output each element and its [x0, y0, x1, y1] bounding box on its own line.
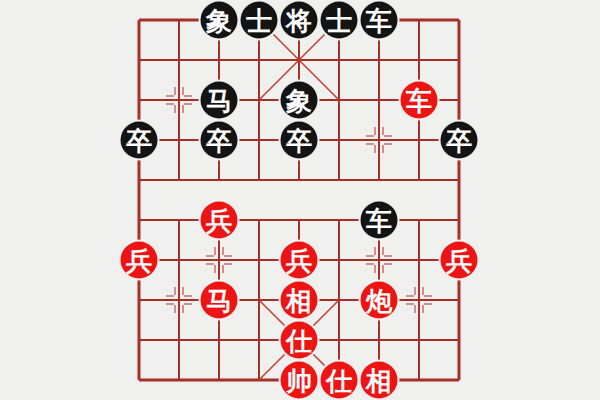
intersection-i7[interactable]: 卒: [439, 120, 479, 160]
intersection-a5[interactable]: [119, 200, 159, 240]
piece-label: 帅: [286, 367, 312, 393]
intersection-b4[interactable]: [159, 240, 199, 280]
intersection-i9[interactable]: [439, 40, 479, 80]
piece-red-advisor-f1[interactable]: 仕: [321, 362, 358, 399]
piece-black-chariot-g10[interactable]: 车: [361, 2, 398, 39]
piece-label: 车: [366, 7, 392, 33]
intersection-h6[interactable]: [399, 160, 439, 200]
piece-label: 车: [406, 87, 432, 113]
piece-label: 象: [286, 87, 312, 113]
intersection-i3[interactable]: [439, 280, 479, 320]
piece-black-elephant-e8[interactable]: 象: [281, 82, 318, 119]
piece-black-pawn-e7[interactable]: 卒: [281, 122, 318, 159]
intersection-c5[interactable]: 兵: [199, 200, 239, 240]
piece-label: 仕: [286, 327, 312, 353]
piece-red-pawn-i4[interactable]: 兵: [441, 242, 478, 279]
intersection-g4[interactable]: [359, 240, 399, 280]
intersection-b9[interactable]: [159, 40, 199, 80]
intersection-d6[interactable]: [239, 160, 279, 200]
intersection-b8[interactable]: [159, 80, 199, 120]
intersection-e7[interactable]: 卒: [279, 120, 319, 160]
intersection-d5[interactable]: [239, 200, 279, 240]
intersection-b1[interactable]: [159, 360, 199, 400]
intersection-h1[interactable]: [399, 360, 439, 400]
piece-red-advisor-e2[interactable]: 仕: [281, 322, 318, 359]
intersection-d7[interactable]: [239, 120, 279, 160]
intersection-f4[interactable]: [319, 240, 359, 280]
piece-black-horse-c8[interactable]: 马: [201, 82, 238, 119]
piece-label: 兵: [206, 207, 232, 233]
intersection-e9[interactable]: [279, 40, 319, 80]
intersection-g7[interactable]: [359, 120, 399, 160]
intersection-b5[interactable]: [159, 200, 199, 240]
piece-label: 将: [286, 7, 312, 33]
intersection-i10[interactable]: [439, 0, 479, 40]
intersection-f1[interactable]: 仕: [319, 360, 359, 400]
piece-red-general-e1[interactable]: 帅: [281, 362, 318, 399]
intersection-g9[interactable]: [359, 40, 399, 80]
intersection-a4[interactable]: 兵: [119, 240, 159, 280]
piece-red-pawn-c5[interactable]: 兵: [201, 202, 238, 239]
intersection-g8[interactable]: [359, 80, 399, 120]
piece-black-elephant-c10[interactable]: 象: [201, 2, 238, 39]
piece-red-pawn-e4[interactable]: 兵: [281, 242, 318, 279]
intersection-a8[interactable]: [119, 80, 159, 120]
intersection-a9[interactable]: [119, 40, 159, 80]
intersection-h2[interactable]: [399, 320, 439, 360]
intersection-e5[interactable]: [279, 200, 319, 240]
intersection-h4[interactable]: [399, 240, 439, 280]
intersection-c9[interactable]: [199, 40, 239, 80]
piece-label: 兵: [446, 247, 472, 273]
piece-red-horse-c3[interactable]: 马: [201, 282, 238, 319]
intersection-g6[interactable]: [359, 160, 399, 200]
intersection-e8[interactable]: 象: [279, 80, 319, 120]
xiangqi-board: 象士将士车马象车卒卒卒卒兵车兵兵兵马相炮仕帅仕相: [119, 0, 479, 400]
piece-label: 炮: [366, 287, 392, 313]
intersection-e4[interactable]: 兵: [279, 240, 319, 280]
intersection-i2[interactable]: [439, 320, 479, 360]
piece-label: 卒: [126, 127, 152, 153]
intersection-f5[interactable]: [319, 200, 359, 240]
intersection-a2[interactable]: [119, 320, 159, 360]
intersection-h9[interactable]: [399, 40, 439, 80]
intersection-i8[interactable]: [439, 80, 479, 120]
intersection-d8[interactable]: [239, 80, 279, 120]
intersection-g1[interactable]: 相: [359, 360, 399, 400]
intersection-i6[interactable]: [439, 160, 479, 200]
intersection-a10[interactable]: [119, 0, 159, 40]
intersection-c6[interactable]: [199, 160, 239, 200]
piece-label: 相: [286, 287, 312, 313]
intersection-h5[interactable]: [399, 200, 439, 240]
intersection-h7[interactable]: [399, 120, 439, 160]
intersection-f2[interactable]: [319, 320, 359, 360]
intersection-g5[interactable]: 车: [359, 200, 399, 240]
intersection-h8[interactable]: 车: [399, 80, 439, 120]
intersection-d10[interactable]: 士: [239, 0, 279, 40]
piece-black-advisor-d10[interactable]: 士: [241, 2, 278, 39]
intersection-h10[interactable]: [399, 0, 439, 40]
piece-label: 士: [246, 7, 272, 33]
piece-label: 卒: [446, 127, 472, 153]
intersection-a6[interactable]: [119, 160, 159, 200]
piece-label: 仕: [326, 367, 352, 393]
piece-label: 兵: [126, 247, 152, 273]
intersection-f8[interactable]: [319, 80, 359, 120]
piece-black-general-e10[interactable]: 将: [281, 2, 318, 39]
intersection-e6[interactable]: [279, 160, 319, 200]
piece-red-cannon-g3[interactable]: 炮: [361, 282, 398, 319]
intersection-e10[interactable]: 将: [279, 0, 319, 40]
intersection-b2[interactable]: [159, 320, 199, 360]
piece-label: 士: [326, 7, 352, 33]
piece-red-pawn-a4[interactable]: 兵: [121, 242, 158, 279]
intersection-d2[interactable]: [239, 320, 279, 360]
intersection-f10[interactable]: 士: [319, 0, 359, 40]
intersection-c10[interactable]: 象: [199, 0, 239, 40]
intersection-f3[interactable]: [319, 280, 359, 320]
piece-label: 马: [206, 87, 232, 113]
piece-red-chariot-h8[interactable]: 车: [401, 82, 438, 119]
intersection-d3[interactable]: [239, 280, 279, 320]
intersection-c4[interactable]: [199, 240, 239, 280]
intersection-b7[interactable]: [159, 120, 199, 160]
intersection-c7[interactable]: 卒: [199, 120, 239, 160]
piece-label: 马: [206, 287, 232, 313]
intersection-d9[interactable]: [239, 40, 279, 80]
intersection-e3[interactable]: 相: [279, 280, 319, 320]
intersection-f7[interactable]: [319, 120, 359, 160]
piece-label: 象: [206, 7, 232, 33]
intersection-b6[interactable]: [159, 160, 199, 200]
piece-label: 兵: [286, 247, 312, 273]
piece-black-pawn-i7[interactable]: 卒: [441, 122, 478, 159]
piece-black-chariot-g5[interactable]: 车: [361, 202, 398, 239]
piece-red-elephant-e3[interactable]: 相: [281, 282, 318, 319]
piece-red-elephant-g1[interactable]: 相: [361, 362, 398, 399]
intersection-i4[interactable]: 兵: [439, 240, 479, 280]
intersection-c3[interactable]: 马: [199, 280, 239, 320]
intersection-c2[interactable]: [199, 320, 239, 360]
intersection-f9[interactable]: [319, 40, 359, 80]
intersection-c8[interactable]: 马: [199, 80, 239, 120]
piece-black-advisor-f10[interactable]: 士: [321, 2, 358, 39]
intersection-e1[interactable]: 帅: [279, 360, 319, 400]
intersection-d4[interactable]: [239, 240, 279, 280]
intersection-d1[interactable]: [239, 360, 279, 400]
intersection-b3[interactable]: [159, 280, 199, 320]
intersection-g2[interactable]: [359, 320, 399, 360]
piece-label: 卒: [286, 127, 312, 153]
intersection-i5[interactable]: [439, 200, 479, 240]
intersection-f6[interactable]: [319, 160, 359, 200]
intersection-c1[interactable]: [199, 360, 239, 400]
piece-label: 相: [366, 367, 392, 393]
intersection-g3[interactable]: 炮: [359, 280, 399, 320]
intersection-h3[interactable]: [399, 280, 439, 320]
intersection-e2[interactable]: 仕: [279, 320, 319, 360]
piece-label: 卒: [206, 127, 232, 153]
intersection-b10[interactable]: [159, 0, 199, 40]
intersection-a7[interactable]: 卒: [119, 120, 159, 160]
intersection-a1[interactable]: [119, 360, 159, 400]
piece-black-pawn-a7[interactable]: 卒: [121, 122, 158, 159]
intersection-i1[interactable]: [439, 360, 479, 400]
piece-label: 车: [366, 207, 392, 233]
intersection-a3[interactable]: [119, 280, 159, 320]
intersection-g10[interactable]: 车: [359, 0, 399, 40]
piece-black-pawn-c7[interactable]: 卒: [201, 122, 238, 159]
xiangqi-app-screen: 象士将士车马象车卒卒卒卒兵车兵兵兵马相炮仕帅仕相: [0, 0, 600, 400]
